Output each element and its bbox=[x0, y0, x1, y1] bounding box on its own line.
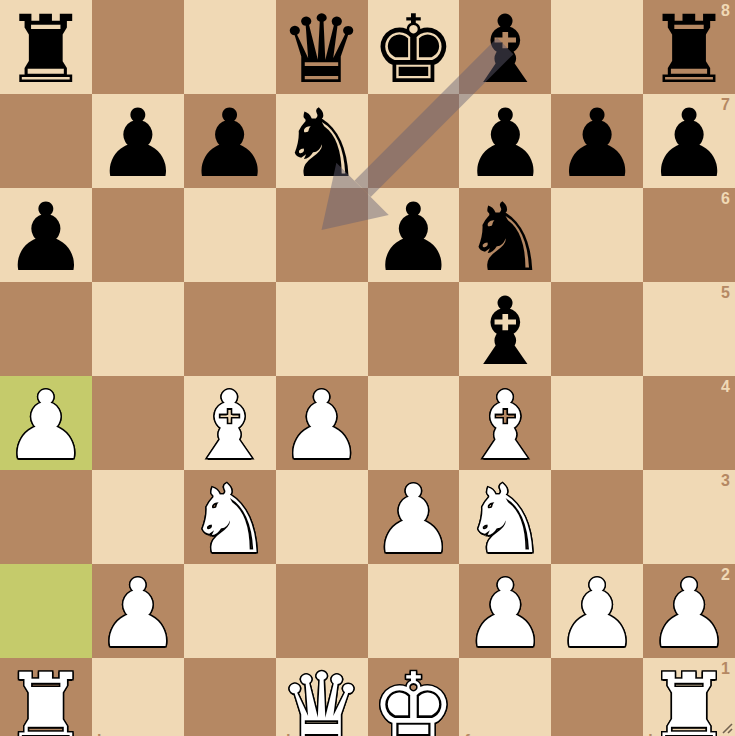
rank-label-3: 3 bbox=[721, 473, 730, 489]
piece-white-pawn[interactable]: ♟ bbox=[279, 379, 363, 473]
square-c8[interactable] bbox=[184, 0, 276, 94]
rank-label-4: 4 bbox=[721, 379, 730, 395]
square-f4[interactable]: ♝ bbox=[459, 376, 551, 470]
square-d2[interactable] bbox=[276, 564, 368, 658]
square-d1[interactable]: ♛d bbox=[276, 658, 368, 736]
square-h2[interactable]: ♟2 bbox=[643, 564, 735, 658]
piece-black-pawn[interactable]: ♟ bbox=[463, 97, 547, 191]
square-e4[interactable] bbox=[368, 376, 460, 470]
square-g5[interactable] bbox=[551, 282, 643, 376]
piece-black-knight[interactable]: ♞ bbox=[463, 191, 547, 285]
square-e3[interactable]: ♟ bbox=[368, 470, 460, 564]
piece-black-pawn[interactable]: ♟ bbox=[371, 191, 455, 285]
square-c5[interactable] bbox=[184, 282, 276, 376]
resize-handle-icon[interactable] bbox=[720, 721, 734, 735]
piece-black-bishop[interactable]: ♝ bbox=[463, 3, 547, 97]
piece-white-bishop[interactable]: ♝ bbox=[188, 379, 272, 473]
piece-white-pawn[interactable]: ♟ bbox=[371, 473, 455, 567]
piece-black-pawn[interactable]: ♟ bbox=[4, 191, 88, 285]
square-c1[interactable]: c bbox=[184, 658, 276, 736]
piece-black-pawn[interactable]: ♟ bbox=[96, 97, 180, 191]
square-g2[interactable]: ♟ bbox=[551, 564, 643, 658]
piece-black-knight[interactable]: ♞ bbox=[279, 97, 363, 191]
square-d3[interactable] bbox=[276, 470, 368, 564]
square-a3[interactable] bbox=[0, 470, 92, 564]
square-b2[interactable]: ♟ bbox=[92, 564, 184, 658]
square-g1[interactable]: g bbox=[551, 658, 643, 736]
square-b4[interactable] bbox=[92, 376, 184, 470]
piece-white-pawn[interactable]: ♟ bbox=[4, 379, 88, 473]
square-a5[interactable] bbox=[0, 282, 92, 376]
square-d5[interactable] bbox=[276, 282, 368, 376]
square-c7[interactable]: ♟ bbox=[184, 94, 276, 188]
square-e2[interactable] bbox=[368, 564, 460, 658]
piece-white-pawn[interactable]: ♟ bbox=[96, 567, 180, 661]
chess-board-panel: ♜♛♚♝♜8♟♟♞♟♟♟7♟♟♞6♝5♟♝♟♝4♞♟♞3♟♟♟♟2♜abc♛d♚… bbox=[0, 0, 735, 736]
square-e7[interactable] bbox=[368, 94, 460, 188]
piece-white-bishop[interactable]: ♝ bbox=[463, 379, 547, 473]
square-d6[interactable] bbox=[276, 188, 368, 282]
square-f5[interactable]: ♝ bbox=[459, 282, 551, 376]
square-c6[interactable] bbox=[184, 188, 276, 282]
square-h6[interactable]: 6 bbox=[643, 188, 735, 282]
square-e6[interactable]: ♟ bbox=[368, 188, 460, 282]
square-g4[interactable] bbox=[551, 376, 643, 470]
square-e1[interactable]: ♚e bbox=[368, 658, 460, 736]
square-h4[interactable]: 4 bbox=[643, 376, 735, 470]
square-g3[interactable] bbox=[551, 470, 643, 564]
piece-black-king[interactable]: ♚ bbox=[371, 3, 455, 97]
piece-white-knight[interactable]: ♞ bbox=[188, 473, 272, 567]
square-f3[interactable]: ♞ bbox=[459, 470, 551, 564]
piece-white-rook[interactable]: ♜ bbox=[4, 661, 88, 736]
square-f7[interactable]: ♟ bbox=[459, 94, 551, 188]
square-e8[interactable]: ♚ bbox=[368, 0, 460, 94]
square-h7[interactable]: ♟7 bbox=[643, 94, 735, 188]
piece-black-pawn[interactable]: ♟ bbox=[188, 97, 272, 191]
square-a8[interactable]: ♜ bbox=[0, 0, 92, 94]
square-a1[interactable]: ♜a bbox=[0, 658, 92, 736]
chess-board: ♜♛♚♝♜8♟♟♞♟♟♟7♟♟♞6♝5♟♝♟♝4♞♟♞3♟♟♟♟2♜abc♛d♚… bbox=[0, 0, 735, 736]
piece-white-rook[interactable]: ♜ bbox=[647, 661, 731, 736]
rank-label-5: 5 bbox=[721, 285, 730, 301]
square-d4[interactable]: ♟ bbox=[276, 376, 368, 470]
square-f8[interactable]: ♝ bbox=[459, 0, 551, 94]
square-h3[interactable]: 3 bbox=[643, 470, 735, 564]
square-b3[interactable] bbox=[92, 470, 184, 564]
square-b8[interactable] bbox=[92, 0, 184, 94]
square-g7[interactable]: ♟ bbox=[551, 94, 643, 188]
square-a7[interactable] bbox=[0, 94, 92, 188]
piece-black-rook[interactable]: ♜ bbox=[647, 3, 731, 97]
square-e5[interactable] bbox=[368, 282, 460, 376]
square-a4[interactable]: ♟ bbox=[0, 376, 92, 470]
square-b5[interactable] bbox=[92, 282, 184, 376]
piece-white-pawn[interactable]: ♟ bbox=[463, 567, 547, 661]
square-d7[interactable]: ♞ bbox=[276, 94, 368, 188]
piece-white-pawn[interactable]: ♟ bbox=[647, 567, 731, 661]
square-b7[interactable]: ♟ bbox=[92, 94, 184, 188]
square-c4[interactable]: ♝ bbox=[184, 376, 276, 470]
square-c2[interactable] bbox=[184, 564, 276, 658]
piece-white-knight[interactable]: ♞ bbox=[463, 473, 547, 567]
square-c3[interactable]: ♞ bbox=[184, 470, 276, 564]
piece-black-bishop[interactable]: ♝ bbox=[463, 285, 547, 379]
square-b1[interactable]: b bbox=[92, 658, 184, 736]
square-f2[interactable]: ♟ bbox=[459, 564, 551, 658]
square-a6[interactable]: ♟ bbox=[0, 188, 92, 282]
piece-white-pawn[interactable]: ♟ bbox=[555, 567, 639, 661]
square-h5[interactable]: 5 bbox=[643, 282, 735, 376]
piece-black-rook[interactable]: ♜ bbox=[4, 3, 88, 97]
square-b6[interactable] bbox=[92, 188, 184, 282]
square-a2[interactable] bbox=[0, 564, 92, 658]
square-d8[interactable]: ♛ bbox=[276, 0, 368, 94]
rank-label-6: 6 bbox=[721, 191, 730, 207]
piece-white-king[interactable]: ♚ bbox=[371, 661, 455, 736]
piece-black-pawn[interactable]: ♟ bbox=[555, 97, 639, 191]
square-g6[interactable] bbox=[551, 188, 643, 282]
piece-white-queen[interactable]: ♛ bbox=[279, 661, 363, 736]
piece-black-pawn[interactable]: ♟ bbox=[647, 97, 731, 191]
square-g8[interactable] bbox=[551, 0, 643, 94]
piece-black-queen[interactable]: ♛ bbox=[279, 3, 363, 97]
square-h8[interactable]: ♜8 bbox=[643, 0, 735, 94]
square-f6[interactable]: ♞ bbox=[459, 188, 551, 282]
square-f1[interactable]: f bbox=[459, 658, 551, 736]
